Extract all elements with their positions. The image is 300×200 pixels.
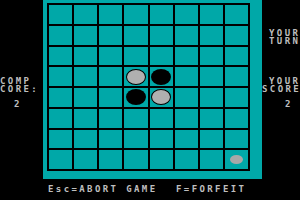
board-cell-g6[interactable] [200,109,223,128]
board-cell-d7[interactable] [124,130,147,149]
board-cell-c5[interactable] [99,88,122,107]
white-disc-e5 [151,89,171,105]
board-cell-e4[interactable] [150,67,173,86]
board-cell-b8[interactable] [74,150,97,169]
board-cell-h3[interactable] [225,47,248,66]
your-score-value: 2 [285,100,293,109]
comp-score-value: 2 [14,100,22,109]
board-cell-d4[interactable] [124,67,147,86]
board-cell-c4[interactable] [99,67,122,86]
board-cell-a6[interactable] [49,109,72,128]
board-cell-e1[interactable] [150,5,173,24]
black-disc-e4 [151,69,171,85]
board-cell-h2[interactable] [225,26,248,45]
board-cell-b1[interactable] [74,5,97,24]
board-cell-c6[interactable] [99,109,122,128]
game-screen: COMP CORE: 2 YOUR TURN YOUR SCORE 2 Esc=… [0,0,300,200]
board-cell-e8[interactable] [150,150,173,169]
board-cell-c7[interactable] [99,130,122,149]
board-cell-a7[interactable] [49,130,72,149]
board-cell-g3[interactable] [200,47,223,66]
board-cell-d6[interactable] [124,109,147,128]
board-cell-a5[interactable] [49,88,72,107]
board-cell-a8[interactable] [49,150,72,169]
board-cell-e5[interactable] [150,88,173,107]
board-cell-d8[interactable] [124,150,147,169]
board-cell-g7[interactable] [200,130,223,149]
board-cell-h4[interactable] [225,67,248,86]
board-cell-b5[interactable] [74,88,97,107]
board-cell-d5[interactable] [124,88,147,107]
board-cell-f3[interactable] [175,47,198,66]
board-cell-h1[interactable] [225,5,248,24]
board-cell-a3[interactable] [49,47,72,66]
white-disc-d4 [126,69,146,85]
board-cell-c2[interactable] [99,26,122,45]
move-cursor [230,155,243,164]
board-cell-f6[interactable] [175,109,198,128]
board-cell-h5[interactable] [225,88,248,107]
board-cell-h7[interactable] [225,130,248,149]
board-cell-b3[interactable] [74,47,97,66]
board-cell-f4[interactable] [175,67,198,86]
board-cell-c8[interactable] [99,150,122,169]
othello-board [43,0,262,179]
board-cell-g4[interactable] [200,67,223,86]
board-cell-f8[interactable] [175,150,198,169]
board-cell-b2[interactable] [74,26,97,45]
board-cell-g5[interactable] [200,88,223,107]
board-cell-a4[interactable] [49,67,72,86]
abort-key-hint: Esc=ABORT GAME [48,185,157,194]
turn-indicator-line2: TURN [269,37,300,46]
board-cell-c1[interactable] [99,5,122,24]
your-score-label-line2: SCORE [262,85,300,94]
board-cell-f1[interactable] [175,5,198,24]
board-cell-h8[interactable] [225,150,248,169]
board-cell-d1[interactable] [124,5,147,24]
board-cell-d3[interactable] [124,47,147,66]
board-cell-g1[interactable] [200,5,223,24]
board-grid [47,3,250,171]
board-cell-b4[interactable] [74,67,97,86]
board-cell-d2[interactable] [124,26,147,45]
board-cell-a1[interactable] [49,5,72,24]
board-cell-e6[interactable] [150,109,173,128]
board-cell-c3[interactable] [99,47,122,66]
comp-score-label-line2: CORE: [0,85,39,94]
board-cell-b6[interactable] [74,109,97,128]
board-cell-a2[interactable] [49,26,72,45]
board-cell-e3[interactable] [150,47,173,66]
board-cell-f5[interactable] [175,88,198,107]
board-cell-f2[interactable] [175,26,198,45]
board-cell-h6[interactable] [225,109,248,128]
board-cell-g8[interactable] [200,150,223,169]
board-cell-f7[interactable] [175,130,198,149]
board-cell-g2[interactable] [200,26,223,45]
board-cell-e7[interactable] [150,130,173,149]
board-cell-e2[interactable] [150,26,173,45]
board-cell-b7[interactable] [74,130,97,149]
black-disc-d5 [126,89,146,105]
forfeit-key-hint: F=FORFEIT [176,185,246,194]
